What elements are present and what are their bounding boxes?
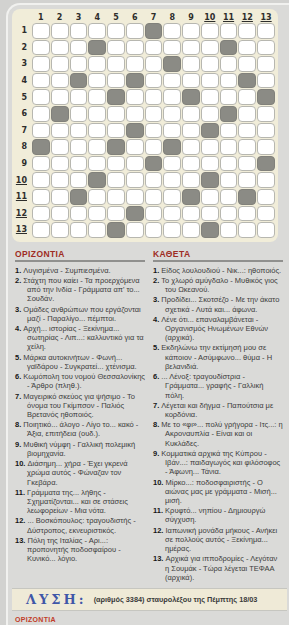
block-cell: [88, 172, 106, 188]
grid-cell: [70, 139, 88, 155]
grid-cell: [182, 222, 200, 238]
grid-cell: [88, 123, 106, 139]
row-label: 9: [14, 156, 31, 172]
block-cell: [32, 139, 50, 155]
grid-cell: [88, 73, 106, 89]
grid-cell: [238, 139, 256, 155]
block-cell: [126, 206, 144, 222]
grid-cell: [145, 189, 163, 205]
grid-cell: [163, 40, 181, 56]
grid-cell: [32, 40, 50, 56]
grid-cell: [70, 123, 88, 139]
grid-cell: [220, 23, 238, 39]
crossword-board: 1234567891011121312345678910111213: [12, 9, 278, 242]
grid-cell: [220, 89, 238, 105]
clue-item: 9. Κομματικά αρχικά της Κύπρου - Ιβάν...…: [153, 449, 283, 477]
grid-cell: [70, 40, 88, 56]
grid-cell: [126, 89, 144, 105]
grid-cell: [51, 206, 69, 222]
col-label: 11: [220, 14, 238, 22]
grid-cell: [32, 172, 50, 188]
block-cell: [107, 89, 125, 105]
across-column: ΟΡΙΖΟΝΤΙΑ 1. Λυγισμένα - Συμπιεσμένα.2. …: [15, 249, 145, 583]
grid-cell: [201, 156, 219, 172]
grid-cell: [220, 222, 238, 238]
solution-across-heading: ΟΡΙΖΟΝΤΙΑ: [15, 616, 283, 623]
grid-cell: [32, 56, 50, 72]
row-label: 7: [14, 123, 31, 139]
solution-label: ΛΥΣΗ:: [26, 592, 87, 607]
grid-cell: [163, 206, 181, 222]
solution-text-section: ΟΡΙΖΟΝΤΙΑ 1. ΖΥΓΩΜΑ – ΛΑΧΙΔΑ 2. ΟΑΑ – ΕΝ…: [11, 611, 287, 625]
grid-cell: [70, 106, 88, 122]
grid-cell: [51, 139, 69, 155]
clue-item: 12. Ιαπωνική μονάδα μήκους - Ανήκει σε π…: [153, 526, 283, 554]
grid-cell: [126, 106, 144, 122]
grid-cell: [257, 189, 275, 205]
clue-item: 10. Διάσημη... χήρα - Έχει γκρενά χρώμα …: [15, 459, 145, 487]
grid-cell: [145, 123, 163, 139]
clue-item: 6. ... Λένοξ: τραγουδίστρια - Γράμματα..…: [153, 372, 283, 400]
block-cell: [145, 23, 163, 39]
grid-cell: [126, 40, 144, 56]
grid-cell: [107, 123, 125, 139]
grid-cell: [88, 156, 106, 172]
grid-cell: [182, 106, 200, 122]
col-label: 10: [201, 14, 219, 22]
grid-cell: [51, 222, 69, 238]
clue-item: 12. ... Βοσκόπουλος: τραγουδιστής - Δύστ…: [15, 516, 145, 534]
col-label: 4: [88, 14, 106, 22]
grid-cell: [70, 156, 88, 172]
clue-item: 5. Εκδηλώνω την εκτίμησή μου σε κάποιον …: [153, 343, 283, 371]
grid-cell: [88, 106, 106, 122]
block-cell: [163, 139, 181, 155]
block-cell: [182, 189, 200, 205]
grid-cell: [182, 156, 200, 172]
grid-cell: [88, 222, 106, 238]
clue-item: 8. Ποιητικό... άλογο - Λίγο το... κακό -…: [15, 420, 145, 438]
grid-cell: [201, 206, 219, 222]
grid-cell: [182, 139, 200, 155]
grid-cell: [201, 40, 219, 56]
grid-cell: [107, 56, 125, 72]
grid-cell: [32, 89, 50, 105]
grid-corner: [14, 11, 31, 22]
grid-cell: [201, 56, 219, 72]
grid-cell: [163, 222, 181, 238]
grid-cell: [32, 206, 50, 222]
block-cell: [126, 123, 144, 139]
puzzle-panel: 1234567891011121312345678910111213 ΟΡΙΖΟ…: [6, 3, 289, 625]
grid-cell: [51, 189, 69, 205]
col-label: 6: [126, 14, 144, 22]
grid-cell: [238, 40, 256, 56]
grid-cell: [88, 189, 106, 205]
grid-cell: [88, 56, 106, 72]
block-cell: [163, 56, 181, 72]
grid-cell: [182, 56, 200, 72]
solution-banner: ΛΥΣΗ: (αριθμός 3384) σταυρολέξου της Πέμ…: [12, 588, 287, 611]
block-cell: [107, 139, 125, 155]
grid-cell: [51, 23, 69, 39]
grid-cell: [220, 56, 238, 72]
grid-cell: [107, 106, 125, 122]
grid-cell: [163, 106, 181, 122]
grid-cell: [145, 56, 163, 72]
clue-item: 3. Προδίδει... Σκοτσέζο - Με την άκατο σ…: [153, 295, 283, 313]
grid-cell: [220, 73, 238, 89]
row-label: 13: [14, 222, 31, 238]
grid-cell: [182, 172, 200, 188]
block-cell: [182, 89, 200, 105]
grid-cell: [257, 206, 275, 222]
col-label: 1: [32, 14, 50, 22]
block-cell: [220, 40, 238, 56]
block-cell: [238, 189, 256, 205]
grid-cell: [51, 89, 69, 105]
grid-cell: [201, 89, 219, 105]
col-label: 9: [182, 14, 200, 22]
grid-cell: [145, 206, 163, 222]
grid-cell: [220, 206, 238, 222]
clue-item: 13. Αρχικά για ιπποδρομίες - Λεγόταν η Σ…: [153, 554, 283, 582]
down-clue-list: 1. Είδος λουλουδιού - Νικ...: ηθοποιός.2…: [153, 266, 283, 582]
grid-cell: [51, 172, 69, 188]
grid-cell: [107, 73, 125, 89]
grid-cell: [182, 23, 200, 39]
grid-cell: [126, 189, 144, 205]
row-label: 5: [14, 89, 31, 105]
grid-cell: [107, 172, 125, 188]
grid-cell: [257, 73, 275, 89]
block-cell: [126, 73, 144, 89]
grid-cell: [32, 123, 50, 139]
grid-cell: [145, 139, 163, 155]
grid-cell: [51, 40, 69, 56]
grid-cell: [182, 40, 200, 56]
grid-cell: [88, 139, 106, 155]
grid-cell: [220, 172, 238, 188]
grid-cell: [238, 206, 256, 222]
solution-subtitle: (αριθμός 3384) σταυρολέξου της Πέμπτης 1…: [94, 595, 258, 604]
grid-cell: [182, 206, 200, 222]
col-label: 2: [51, 14, 69, 22]
grid-cell: [163, 123, 181, 139]
block-cell: [51, 106, 69, 122]
grid-cell: [163, 89, 181, 105]
clue-item: 1. Λυγισμένα - Συμπιεσμένα.: [15, 266, 145, 275]
across-heading: ΟΡΙΖΟΝΤΙΑ: [15, 249, 145, 262]
col-label: 5: [107, 14, 125, 22]
grid-cell: [51, 73, 69, 89]
block-cell: [257, 89, 275, 105]
grid-cell: [257, 139, 275, 155]
clue-item: 11. Κρυφτό... νηπίου - Δημιουργώ σύγχυση…: [153, 506, 283, 524]
clue-item: 2. Στάχτη που καίει - Τα προερχόμενα από…: [15, 276, 145, 304]
grid-cell: [70, 23, 88, 39]
grid-cell: [126, 23, 144, 39]
grid-cell: [88, 206, 106, 222]
clue-item: 7. Λέγεται και δήγμα - Παπούτσια με κορδ…: [153, 401, 283, 419]
grid-cell: [182, 123, 200, 139]
grid-cell: [107, 156, 125, 172]
grid-cell: [257, 106, 275, 122]
row-label: 11: [14, 189, 31, 205]
row-label: 12: [14, 206, 31, 222]
across-clue-list: 1. Λυγισμένα - Συμπιεσμένα.2. Στάχτη που…: [15, 266, 145, 564]
grid-cell: [70, 89, 88, 105]
grid-cell: [257, 23, 275, 39]
grid-cell: [238, 23, 256, 39]
grid-cell: [51, 156, 69, 172]
block-cell: [145, 156, 163, 172]
block-cell: [88, 40, 106, 56]
grid-cell: [32, 222, 50, 238]
clue-item: 4. Λένε ότι... επαναλαμβάνεται - Οργανισ…: [153, 315, 283, 343]
grid-cell: [257, 123, 275, 139]
grid-cell: [145, 40, 163, 56]
row-label: 6: [14, 106, 31, 122]
clue-item: 9. Μυθική νύμφη - Γαλλική πολεμική βιομη…: [15, 440, 145, 458]
grid-cell: [201, 189, 219, 205]
crossword-grid: 1234567891011121312345678910111213: [14, 11, 275, 238]
grid-cell: [145, 172, 163, 188]
grid-cell: [238, 172, 256, 188]
grid-cell: [107, 206, 125, 222]
grid-cell: [32, 189, 50, 205]
block-cell: [201, 222, 219, 238]
grid-cell: [163, 23, 181, 39]
grid-cell: [220, 156, 238, 172]
grid-cell: [145, 106, 163, 122]
clue-item: 11. Γράμματα της... λήθης - Σχηματίζοντα…: [15, 488, 145, 516]
clue-item: 1. Είδος λουλουδιού - Νικ...: ηθοποιός.: [153, 266, 283, 275]
grid-cell: [201, 73, 219, 89]
grid-cell: [88, 23, 106, 39]
grid-cell: [126, 156, 144, 172]
col-label: 3: [70, 14, 88, 22]
grid-cell: [238, 156, 256, 172]
grid-cell: [145, 222, 163, 238]
grid-cell: [107, 23, 125, 39]
col-label: 8: [163, 14, 181, 22]
row-label: 1: [14, 23, 31, 39]
grid-cell: [257, 172, 275, 188]
grid-cell: [51, 56, 69, 72]
grid-cell: [163, 156, 181, 172]
grid-cell: [126, 172, 144, 188]
block-cell: [201, 123, 219, 139]
block-cell: [70, 73, 88, 89]
down-heading: ΚΑΘΕΤΑ: [153, 249, 283, 262]
grid-cell: [70, 206, 88, 222]
clues-section: ΟΡΙΖΟΝΤΙΑ 1. Λυγισμένα - Συμπιεσμένα.2. …: [11, 242, 287, 583]
grid-cell: [257, 56, 275, 72]
grid-cell: [70, 222, 88, 238]
grid-cell: [70, 172, 88, 188]
clue-item: 5. Μάρκα αυτοκινήτων - Φωνή... γαϊδάρου …: [15, 353, 145, 371]
grid-cell: [32, 156, 50, 172]
col-label: 12: [238, 14, 256, 22]
grid-cell: [51, 123, 69, 139]
grid-cell: [257, 40, 275, 56]
grid-cell: [257, 222, 275, 238]
grid-cell: [32, 106, 50, 122]
block-cell: [220, 106, 238, 122]
grid-cell: [238, 106, 256, 122]
block-cell: [238, 73, 256, 89]
row-label: 8: [14, 139, 31, 155]
grid-cell: [238, 56, 256, 72]
grid-cell: [220, 123, 238, 139]
row-label: 10: [14, 172, 31, 188]
grid-cell: [107, 189, 125, 205]
grid-cell: [32, 73, 50, 89]
clue-item: 10. Μίρκο...: ποδοσφαιριστής - Ο αιώνας …: [153, 478, 283, 506]
clue-item: 7. Μαγειρικό σκεύος για ψήσιμο - Το όνομ…: [15, 392, 145, 420]
grid-cell: [220, 189, 238, 205]
clue-item: 8. Με το «φι»... πολύ γρήγορα - Ιτς...: …: [153, 420, 283, 448]
clue-item: 6. Κωμόπολη του νομού Θεσσαλονίκης - Άρθ…: [15, 372, 145, 390]
grid-cell: [163, 73, 181, 89]
row-label: 2: [14, 40, 31, 56]
grid-cell: [201, 106, 219, 122]
grid-cell: [238, 89, 256, 105]
grid-cell: [163, 172, 181, 188]
grid-cell: [126, 139, 144, 155]
col-label: 7: [145, 14, 163, 22]
grid-cell: [238, 222, 256, 238]
clue-item: 3. Ομάδες ανθρώπων που εργάζονται μαζί -…: [15, 305, 145, 323]
grid-cell: [145, 89, 163, 105]
grid-cell: [107, 40, 125, 56]
clue-item: 2. Το χλωρό αμύγδαλο - Μυθικός γιος του …: [153, 276, 283, 294]
grid-cell: [220, 139, 238, 155]
grid-cell: [32, 23, 50, 39]
clue-item: 13. Πόλη της Ιταλίας - Αρι...: προπονητή…: [15, 536, 145, 564]
row-label: 3: [14, 56, 31, 72]
grid-cell: [70, 56, 88, 72]
grid-cell: [182, 73, 200, 89]
grid-cell: [201, 23, 219, 39]
grid-cell: [238, 123, 256, 139]
block-cell: [257, 156, 275, 172]
block-cell: [107, 222, 125, 238]
block-cell: [201, 172, 219, 188]
grid-cell: [88, 89, 106, 105]
down-column: ΚΑΘΕΤΑ 1. Είδος λουλουδιού - Νικ...: ηθο…: [153, 249, 283, 583]
block-cell: [70, 189, 88, 205]
clue-item: 4. Αρχή... ιστορίας - Ξεκίνημα... σωτηρί…: [15, 324, 145, 352]
col-label: 13: [257, 14, 275, 22]
row-label: 4: [14, 73, 31, 89]
grid-cell: [126, 222, 144, 238]
grid-cell: [126, 56, 144, 72]
grid-cell: [145, 73, 163, 89]
grid-cell: [163, 189, 181, 205]
grid-cell: [201, 139, 219, 155]
